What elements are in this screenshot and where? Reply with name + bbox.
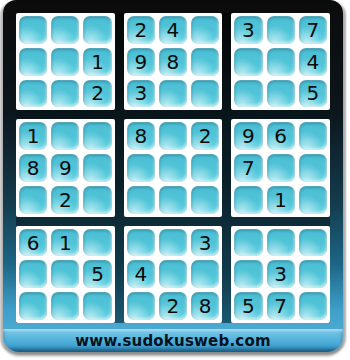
- cell-r9c7[interactable]: 5: [234, 292, 262, 320]
- cell-r3c9[interactable]: 5: [299, 80, 327, 108]
- box-2-1: 3428: [124, 226, 223, 323]
- cell-r2c7[interactable]: [234, 48, 262, 76]
- box-1-1: 82: [124, 119, 223, 216]
- box-0-0: 12: [16, 13, 115, 110]
- cell-r2c9[interactable]: 4: [299, 48, 327, 76]
- cell-r5c6[interactable]: [191, 154, 219, 182]
- cell-r2c3[interactable]: 1: [83, 48, 111, 76]
- cell-r7c4[interactable]: [127, 229, 155, 257]
- box-1-2: 9671: [231, 119, 330, 216]
- cell-r7c2[interactable]: 1: [51, 229, 79, 257]
- box-0-2: 3745: [231, 13, 330, 110]
- cell-r5c5[interactable]: [159, 154, 187, 182]
- page: 1224983374518928296716153428357 www.sudo…: [0, 0, 350, 360]
- cell-r6c5[interactable]: [159, 186, 187, 214]
- cell-r3c3[interactable]: 2: [83, 80, 111, 108]
- cell-r5c4[interactable]: [127, 154, 155, 182]
- cell-r3c6[interactable]: [191, 80, 219, 108]
- cell-r6c8[interactable]: 1: [267, 186, 295, 214]
- cell-r6c9[interactable]: [299, 186, 327, 214]
- cell-r5c1[interactable]: 8: [19, 154, 47, 182]
- cell-r2c5[interactable]: 8: [159, 48, 187, 76]
- cell-r4c5[interactable]: [159, 122, 187, 150]
- cell-r1c9[interactable]: 7: [299, 16, 327, 44]
- footer-bar: www.sudokusweb.com: [3, 329, 343, 352]
- cell-r2c2[interactable]: [51, 48, 79, 76]
- cell-r9c9[interactable]: [299, 292, 327, 320]
- cell-r8c9[interactable]: [299, 260, 327, 288]
- sudoku-board: 1224983374518928296716153428357 www.sudo…: [3, 0, 343, 352]
- cell-r9c5[interactable]: 2: [159, 292, 187, 320]
- cell-r3c4[interactable]: 3: [127, 80, 155, 108]
- box-1-0: 1892: [16, 119, 115, 216]
- cell-r7c6[interactable]: 3: [191, 229, 219, 257]
- cell-r1c1[interactable]: [19, 16, 47, 44]
- cell-r1c4[interactable]: 2: [127, 16, 155, 44]
- cell-r5c2[interactable]: 9: [51, 154, 79, 182]
- cell-r8c4[interactable]: 4: [127, 260, 155, 288]
- cell-r4c2[interactable]: [51, 122, 79, 150]
- cell-r7c7[interactable]: [234, 229, 262, 257]
- box-2-0: 615: [16, 226, 115, 323]
- cell-r4c7[interactable]: 9: [234, 122, 262, 150]
- cell-r5c3[interactable]: [83, 154, 111, 182]
- cell-r4c3[interactable]: [83, 122, 111, 150]
- cell-r8c3[interactable]: 5: [83, 260, 111, 288]
- box-0-1: 24983: [124, 13, 223, 110]
- cell-r5c9[interactable]: [299, 154, 327, 182]
- cell-r4c8[interactable]: 6: [267, 122, 295, 150]
- cell-r6c7[interactable]: [234, 186, 262, 214]
- cell-r6c1[interactable]: [19, 186, 47, 214]
- cell-r6c2[interactable]: 2: [51, 186, 79, 214]
- cell-r3c1[interactable]: [19, 80, 47, 108]
- cell-r5c8[interactable]: [267, 154, 295, 182]
- cell-r8c7[interactable]: [234, 260, 262, 288]
- cell-r2c4[interactable]: 9: [127, 48, 155, 76]
- cell-r6c4[interactable]: [127, 186, 155, 214]
- cell-r9c8[interactable]: 7: [267, 292, 295, 320]
- cell-r4c1[interactable]: 1: [19, 122, 47, 150]
- cell-r7c9[interactable]: [299, 229, 327, 257]
- cell-r8c5[interactable]: [159, 260, 187, 288]
- cell-r2c1[interactable]: [19, 48, 47, 76]
- cell-r7c5[interactable]: [159, 229, 187, 257]
- cell-r9c3[interactable]: [83, 292, 111, 320]
- cell-r7c3[interactable]: [83, 229, 111, 257]
- cell-r8c2[interactable]: [51, 260, 79, 288]
- cell-r6c3[interactable]: [83, 186, 111, 214]
- cell-r4c9[interactable]: [299, 122, 327, 150]
- box-2-2: 357: [231, 226, 330, 323]
- cell-r2c6[interactable]: [191, 48, 219, 76]
- cell-r8c8[interactable]: 3: [267, 260, 295, 288]
- cell-r9c6[interactable]: 8: [191, 292, 219, 320]
- cell-r8c6[interactable]: [191, 260, 219, 288]
- cell-r1c2[interactable]: [51, 16, 79, 44]
- cell-r2c8[interactable]: [267, 48, 295, 76]
- cell-r1c7[interactable]: 3: [234, 16, 262, 44]
- cell-r8c1[interactable]: [19, 260, 47, 288]
- sudoku-grid: 1224983374518928296716153428357: [16, 13, 330, 323]
- cell-r1c5[interactable]: 4: [159, 16, 187, 44]
- cell-r3c5[interactable]: [159, 80, 187, 108]
- cell-r4c4[interactable]: 8: [127, 122, 155, 150]
- cell-r4c6[interactable]: 2: [191, 122, 219, 150]
- cell-r9c2[interactable]: [51, 292, 79, 320]
- cell-r6c6[interactable]: [191, 186, 219, 214]
- cell-r9c1[interactable]: [19, 292, 47, 320]
- cell-r3c7[interactable]: [234, 80, 262, 108]
- cell-r3c2[interactable]: [51, 80, 79, 108]
- cell-r7c1[interactable]: 6: [19, 229, 47, 257]
- cell-r1c3[interactable]: [83, 16, 111, 44]
- site-url[interactable]: www.sudokusweb.com: [75, 332, 270, 350]
- cell-r3c8[interactable]: [267, 80, 295, 108]
- cell-r5c7[interactable]: 7: [234, 154, 262, 182]
- cell-r7c8[interactable]: [267, 229, 295, 257]
- grid-frame: 1224983374518928296716153428357: [3, 0, 343, 329]
- cell-r9c4[interactable]: [127, 292, 155, 320]
- cell-r1c8[interactable]: [267, 16, 295, 44]
- cell-r1c6[interactable]: [191, 16, 219, 44]
